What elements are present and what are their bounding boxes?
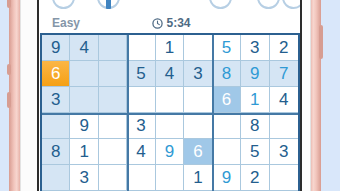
cell-r6c5[interactable] [156,165,184,191]
cell-r5c4[interactable]: 4 [127,139,155,165]
cell-r4c3[interactable] [99,113,127,139]
cell-r1c9[interactable]: 2 [270,35,298,61]
cell-r5c1[interactable]: 8 [42,139,70,165]
cell-r2c9[interactable]: 7 [270,61,298,87]
cell-r4c4[interactable]: 3 [127,113,155,139]
cell-r4c7[interactable] [213,113,241,139]
cell-r3c8[interactable]: 1 [241,87,269,113]
cell-r4c1[interactable] [42,113,70,139]
cell-r2c5[interactable]: 4 [156,61,184,87]
toolbar-button-2[interactable] [209,0,232,9]
cell-r6c3[interactable] [99,165,127,191]
cell-r1c2[interactable]: 4 [70,35,98,61]
cell-r4c8[interactable]: 8 [241,113,269,139]
cell-r4c9[interactable] [270,113,298,139]
cell-r1c7[interactable]: 5 [213,35,241,61]
volume-up-button [7,64,11,75]
cell-r2c7[interactable]: 8 [213,61,241,87]
cell-r2c6[interactable]: 3 [184,61,212,87]
cell-r2c8[interactable]: 9 [241,61,269,87]
cell-r3c3[interactable] [99,87,127,113]
pause-icon [106,0,111,9]
cell-r1c3[interactable] [99,35,127,61]
cell-r4c5[interactable] [156,113,184,139]
cell-r4c6[interactable] [184,113,212,139]
timer: 5:34 [39,16,302,30]
cell-r1c6[interactable] [184,35,212,61]
cell-r1c4[interactable] [127,35,155,61]
cell-r3c1[interactable]: 3 [42,87,70,113]
cell-r5c6[interactable]: 6 [184,139,212,165]
mute-switch [7,0,11,8]
power-button [319,25,323,59]
cell-r3c9[interactable]: 4 [270,87,298,113]
cell-r1c8[interactable]: 3 [241,35,269,61]
toolbar-button-3[interactable] [257,0,280,9]
cell-r6c9[interactable] [270,165,298,191]
cell-r6c7[interactable]: 9 [213,165,241,191]
cell-r5c8[interactable]: 5 [241,139,269,165]
cell-r5c2[interactable]: 1 [70,139,98,165]
volume-down-button [7,92,11,108]
toolbar-button-4[interactable] [282,0,302,9]
cell-r5c7[interactable] [213,139,241,165]
cell-r6c8[interactable]: 2 [241,165,269,191]
page-background: { "game": "sudoku", "position": "9400105… [0,0,340,191]
cell-r1c5[interactable]: 1 [156,35,184,61]
cell-r5c5[interactable]: 9 [156,139,184,165]
block-divider-horizontal-1 [42,113,298,115]
sudoku-board: 9415326543897361493881496533192 [40,33,300,191]
cell-r2c1[interactable]: 6 [42,61,70,87]
cell-r6c1[interactable] [42,165,70,191]
cell-r6c4[interactable] [127,165,155,191]
phone-bezel-right [302,0,311,191]
cell-r6c2[interactable]: 3 [70,165,98,191]
cell-r2c2[interactable] [70,61,98,87]
cell-r3c6[interactable] [184,87,212,113]
cell-r5c9[interactable]: 3 [270,139,298,165]
phone-bezel-left [20,0,38,191]
cell-r3c4[interactable] [127,87,155,113]
cell-r2c3[interactable] [99,61,127,87]
timer-value: 5:34 [166,16,190,30]
cell-r3c5[interactable] [156,87,184,113]
toolbar-button-1[interactable] [52,0,75,9]
cell-r3c7[interactable]: 6 [213,87,241,113]
clock-icon [152,18,163,29]
cell-r3c2[interactable] [70,87,98,113]
cell-r6c6[interactable]: 1 [184,165,212,191]
cell-r2c4[interactable]: 5 [127,61,155,87]
cell-r5c3[interactable] [99,139,127,165]
cell-r1c1[interactable]: 9 [42,35,70,61]
cell-r4c2[interactable]: 9 [70,113,98,139]
phone-screen: Easy 5:34 941532654389736149388149653319… [37,0,302,191]
